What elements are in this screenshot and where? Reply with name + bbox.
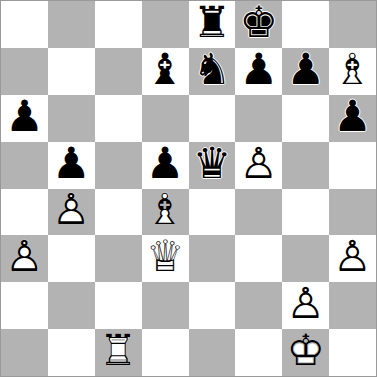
square-h6[interactable]: ♟ xyxy=(329,95,376,142)
piece-black-pawn[interactable]: ♟ xyxy=(142,142,189,189)
square-b7[interactable] xyxy=(48,48,95,95)
piece-black-pawn[interactable]: ♟ xyxy=(1,95,48,142)
square-b6[interactable] xyxy=(48,95,95,142)
square-b1[interactable] xyxy=(48,329,95,376)
square-g5[interactable] xyxy=(282,142,329,189)
piece-white-queen[interactable]: ♛♕ xyxy=(142,235,189,282)
square-f7[interactable]: ♟ xyxy=(235,48,282,95)
piece-black-rook[interactable]: ♜ xyxy=(189,1,236,48)
square-a6[interactable]: ♟ xyxy=(1,95,48,142)
square-c4[interactable] xyxy=(95,189,142,236)
square-d3[interactable]: ♛♕ xyxy=(142,235,189,282)
white-pawn-outline: ♙ xyxy=(329,235,376,280)
white-rook-outline: ♖ xyxy=(95,329,142,374)
black-knight-glyph: ♞ xyxy=(189,48,236,93)
square-g6[interactable] xyxy=(282,95,329,142)
square-f6[interactable] xyxy=(235,95,282,142)
black-pawn-glyph: ♟ xyxy=(282,48,329,93)
black-pawn-glyph: ♟ xyxy=(1,95,48,140)
square-a2[interactable] xyxy=(1,282,48,329)
piece-black-pawn[interactable]: ♟ xyxy=(329,95,376,142)
black-pawn-glyph: ♟ xyxy=(142,142,189,187)
square-a8[interactable] xyxy=(1,1,48,48)
black-pawn-glyph: ♟ xyxy=(235,48,282,93)
square-c6[interactable] xyxy=(95,95,142,142)
white-bishop-outline: ♗ xyxy=(329,48,376,93)
square-f2[interactable] xyxy=(235,282,282,329)
square-g7[interactable]: ♟ xyxy=(282,48,329,95)
square-d2[interactable] xyxy=(142,282,189,329)
black-pawn-glyph: ♟ xyxy=(329,95,376,140)
square-g3[interactable] xyxy=(282,235,329,282)
square-g8[interactable] xyxy=(282,1,329,48)
piece-white-pawn[interactable]: ♟♙ xyxy=(282,282,329,329)
square-c2[interactable] xyxy=(95,282,142,329)
square-h1[interactable] xyxy=(329,329,376,376)
white-pawn-outline: ♙ xyxy=(1,235,48,280)
piece-white-king[interactable]: ♚♔ xyxy=(282,329,329,376)
square-b2[interactable] xyxy=(48,282,95,329)
piece-black-pawn[interactable]: ♟ xyxy=(282,48,329,95)
piece-black-knight[interactable]: ♞ xyxy=(189,48,236,95)
square-b5[interactable]: ♟ xyxy=(48,142,95,189)
white-pawn-outline: ♙ xyxy=(282,282,329,327)
black-queen-glyph: ♛ xyxy=(189,142,236,187)
square-b4[interactable]: ♟♙ xyxy=(48,189,95,236)
piece-black-pawn[interactable]: ♟ xyxy=(48,142,95,189)
square-e2[interactable] xyxy=(189,282,236,329)
black-pawn-glyph: ♟ xyxy=(48,142,95,187)
square-e7[interactable]: ♞ xyxy=(189,48,236,95)
piece-black-queen[interactable]: ♛ xyxy=(189,142,236,189)
piece-black-pawn[interactable]: ♟ xyxy=(235,48,282,95)
square-h2[interactable] xyxy=(329,282,376,329)
square-e8[interactable]: ♜ xyxy=(189,1,236,48)
square-d7[interactable]: ♝ xyxy=(142,48,189,95)
square-a4[interactable] xyxy=(1,189,48,236)
square-f5[interactable]: ♟♙ xyxy=(235,142,282,189)
square-e1[interactable] xyxy=(189,329,236,376)
square-h8[interactable] xyxy=(329,1,376,48)
square-d8[interactable] xyxy=(142,1,189,48)
square-d4[interactable]: ♝♗ xyxy=(142,189,189,236)
white-bishop-outline: ♗ xyxy=(142,189,189,234)
chess-board: ♜♚♝♞♟♟♝♗♟♟♟♟♛♟♙♟♙♝♗♟♙♛♕♟♙♟♙♜♖♚♔ xyxy=(1,1,376,376)
square-d1[interactable] xyxy=(142,329,189,376)
piece-black-king[interactable]: ♚ xyxy=(235,1,282,48)
square-e6[interactable] xyxy=(189,95,236,142)
square-h4[interactable] xyxy=(329,189,376,236)
square-c7[interactable] xyxy=(95,48,142,95)
square-a5[interactable] xyxy=(1,142,48,189)
square-e3[interactable] xyxy=(189,235,236,282)
square-e5[interactable]: ♛ xyxy=(189,142,236,189)
piece-white-pawn[interactable]: ♟♙ xyxy=(48,189,95,236)
chess-board-frame: ♜♚♝♞♟♟♝♗♟♟♟♟♛♟♙♟♙♝♗♟♙♛♕♟♙♟♙♜♖♚♔ xyxy=(0,0,377,377)
square-c3[interactable] xyxy=(95,235,142,282)
square-h3[interactable]: ♟♙ xyxy=(329,235,376,282)
piece-black-bishop[interactable]: ♝ xyxy=(142,48,189,95)
square-a3[interactable]: ♟♙ xyxy=(1,235,48,282)
white-queen-outline: ♕ xyxy=(142,235,189,280)
piece-white-pawn[interactable]: ♟♙ xyxy=(1,235,48,282)
square-h7[interactable]: ♝♗ xyxy=(329,48,376,95)
square-b3[interactable] xyxy=(48,235,95,282)
white-pawn-outline: ♙ xyxy=(235,142,282,187)
square-f3[interactable] xyxy=(235,235,282,282)
black-rook-glyph: ♜ xyxy=(189,1,236,46)
square-d5[interactable]: ♟ xyxy=(142,142,189,189)
square-h5[interactable] xyxy=(329,142,376,189)
square-f8[interactable]: ♚ xyxy=(235,1,282,48)
square-g1[interactable]: ♚♔ xyxy=(282,329,329,376)
square-b8[interactable] xyxy=(48,1,95,48)
square-e4[interactable] xyxy=(189,189,236,236)
square-c8[interactable] xyxy=(95,1,142,48)
square-d6[interactable] xyxy=(142,95,189,142)
square-a7[interactable] xyxy=(1,48,48,95)
square-c1[interactable]: ♜♖ xyxy=(95,329,142,376)
piece-white-rook[interactable]: ♜♖ xyxy=(95,329,142,376)
piece-white-bishop[interactable]: ♝♗ xyxy=(142,189,189,236)
white-pawn-outline: ♙ xyxy=(48,189,95,234)
piece-white-pawn[interactable]: ♟♙ xyxy=(329,235,376,282)
white-king-outline: ♔ xyxy=(282,329,329,374)
square-f4[interactable] xyxy=(235,189,282,236)
square-f1[interactable] xyxy=(235,329,282,376)
black-king-glyph: ♚ xyxy=(235,1,282,46)
piece-white-pawn[interactable]: ♟♙ xyxy=(235,142,282,189)
square-a1[interactable] xyxy=(1,329,48,376)
piece-white-bishop[interactable]: ♝♗ xyxy=(329,48,376,95)
square-g2[interactable]: ♟♙ xyxy=(282,282,329,329)
square-g4[interactable] xyxy=(282,189,329,236)
black-bishop-glyph: ♝ xyxy=(142,48,189,93)
square-c5[interactable] xyxy=(95,142,142,189)
